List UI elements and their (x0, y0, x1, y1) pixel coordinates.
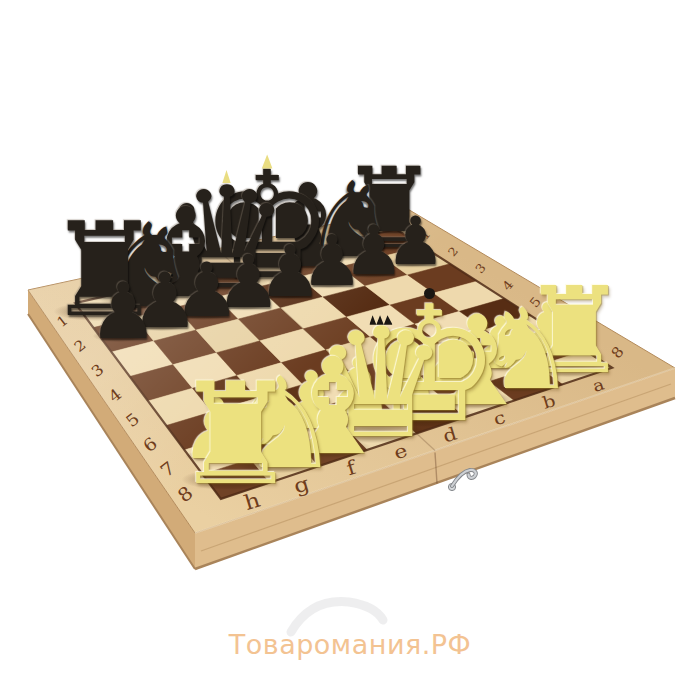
product-photo-scene: hgfedcba1234567812345678 ♜♞♟♝♟♚♛♟♝♟♞♟♜♟♟… (0, 0, 700, 700)
watermark-swoosh-icon (291, 602, 383, 632)
watermark-text: Товаромания.РФ (229, 629, 472, 660)
